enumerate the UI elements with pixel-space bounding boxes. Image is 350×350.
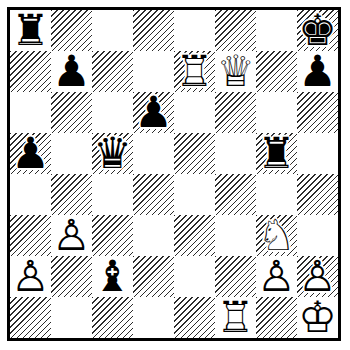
- white-knight-fill: ♞: [256, 215, 297, 256]
- black-rook-icon: ♜: [256, 133, 297, 174]
- square-d2[interactable]: [133, 256, 174, 297]
- square-g7[interactable]: [256, 51, 297, 92]
- square-h8[interactable]: ♚: [297, 10, 338, 51]
- square-d6[interactable]: ♟: [133, 92, 174, 133]
- black-queen-icon: ♛: [92, 133, 133, 174]
- white-king-fill: ♚: [297, 297, 338, 338]
- square-g8[interactable]: [256, 10, 297, 51]
- black-pawn-icon: ♟: [133, 92, 174, 133]
- square-h6[interactable]: [297, 92, 338, 133]
- white-rook-icon: ♖: [174, 51, 215, 92]
- square-e1[interactable]: [174, 297, 215, 338]
- square-b3[interactable]: ♟♙: [51, 215, 92, 256]
- square-g6[interactable]: [256, 92, 297, 133]
- square-f1[interactable]: ♜♖: [215, 297, 256, 338]
- square-f4[interactable]: [215, 174, 256, 215]
- square-e8[interactable]: [174, 10, 215, 51]
- square-c3[interactable]: [92, 215, 133, 256]
- white-rook-icon: ♖: [215, 297, 256, 338]
- square-e2[interactable]: [174, 256, 215, 297]
- square-a3[interactable]: [10, 215, 51, 256]
- square-b2[interactable]: [51, 256, 92, 297]
- square-g1[interactable]: [256, 297, 297, 338]
- chess-board: ♜♚♟♜♖♛♕♟♟♟♛♜♟♙♞♘♟♙♝♟♙♟♙♜♖♚♔: [7, 7, 341, 341]
- square-f7[interactable]: ♛♕: [215, 51, 256, 92]
- square-h3[interactable]: [297, 215, 338, 256]
- square-f5[interactable]: [215, 133, 256, 174]
- white-pawn-icon: ♙: [10, 256, 51, 297]
- square-d3[interactable]: [133, 215, 174, 256]
- square-b4[interactable]: [51, 174, 92, 215]
- white-pawn-fill: ♟: [10, 256, 51, 297]
- white-knight-icon: ♘: [256, 215, 297, 256]
- square-a5[interactable]: ♟: [10, 133, 51, 174]
- white-pawn-fill: ♟: [297, 256, 338, 297]
- square-e6[interactable]: [174, 92, 215, 133]
- square-g4[interactable]: [256, 174, 297, 215]
- black-pawn-icon: ♟: [297, 51, 338, 92]
- square-a1[interactable]: [10, 297, 51, 338]
- square-g3[interactable]: ♞♘: [256, 215, 297, 256]
- square-a4[interactable]: [10, 174, 51, 215]
- square-d8[interactable]: [133, 10, 174, 51]
- white-queen-fill: ♛: [215, 51, 256, 92]
- square-e3[interactable]: [174, 215, 215, 256]
- square-b7[interactable]: ♟: [51, 51, 92, 92]
- square-c4[interactable]: [92, 174, 133, 215]
- square-a6[interactable]: [10, 92, 51, 133]
- white-rook-fill: ♜: [215, 297, 256, 338]
- white-pawn-icon: ♙: [51, 215, 92, 256]
- white-queen-icon: ♕: [215, 51, 256, 92]
- square-c8[interactable]: [92, 10, 133, 51]
- square-a2[interactable]: ♟♙: [10, 256, 51, 297]
- square-d7[interactable]: [133, 51, 174, 92]
- square-b8[interactable]: [51, 10, 92, 51]
- white-pawn-fill: ♟: [51, 215, 92, 256]
- square-c6[interactable]: [92, 92, 133, 133]
- square-g2[interactable]: ♟♙: [256, 256, 297, 297]
- square-h7[interactable]: ♟: [297, 51, 338, 92]
- square-c1[interactable]: [92, 297, 133, 338]
- square-c2[interactable]: ♝: [92, 256, 133, 297]
- square-a8[interactable]: ♜: [10, 10, 51, 51]
- square-e5[interactable]: [174, 133, 215, 174]
- square-d1[interactable]: [133, 297, 174, 338]
- black-king-icon: ♚: [297, 10, 338, 51]
- square-h4[interactable]: [297, 174, 338, 215]
- square-c5[interactable]: ♛: [92, 133, 133, 174]
- square-a7[interactable]: [10, 51, 51, 92]
- white-king-icon: ♔: [297, 297, 338, 338]
- white-rook-fill: ♜: [174, 51, 215, 92]
- square-d5[interactable]: [133, 133, 174, 174]
- square-b5[interactable]: [51, 133, 92, 174]
- white-pawn-icon: ♙: [297, 256, 338, 297]
- square-f6[interactable]: [215, 92, 256, 133]
- square-g5[interactable]: ♜: [256, 133, 297, 174]
- square-h5[interactable]: [297, 133, 338, 174]
- square-e7[interactable]: ♜♖: [174, 51, 215, 92]
- black-pawn-icon: ♟: [51, 51, 92, 92]
- square-h2[interactable]: ♟♙: [297, 256, 338, 297]
- square-h1[interactable]: ♚♔: [297, 297, 338, 338]
- chess-diagram: ♜♚♟♜♖♛♕♟♟♟♛♜♟♙♞♘♟♙♝♟♙♟♙♜♖♚♔: [0, 0, 350, 350]
- black-bishop-icon: ♝: [92, 256, 133, 297]
- square-e4[interactable]: [174, 174, 215, 215]
- black-pawn-icon: ♟: [10, 133, 51, 174]
- white-pawn-fill: ♟: [256, 256, 297, 297]
- white-pawn-icon: ♙: [256, 256, 297, 297]
- square-b1[interactable]: [51, 297, 92, 338]
- black-rook-icon: ♜: [10, 10, 51, 51]
- square-f3[interactable]: [215, 215, 256, 256]
- square-c7[interactable]: [92, 51, 133, 92]
- square-f2[interactable]: [215, 256, 256, 297]
- square-b6[interactable]: [51, 92, 92, 133]
- square-f8[interactable]: [215, 10, 256, 51]
- square-d4[interactable]: [133, 174, 174, 215]
